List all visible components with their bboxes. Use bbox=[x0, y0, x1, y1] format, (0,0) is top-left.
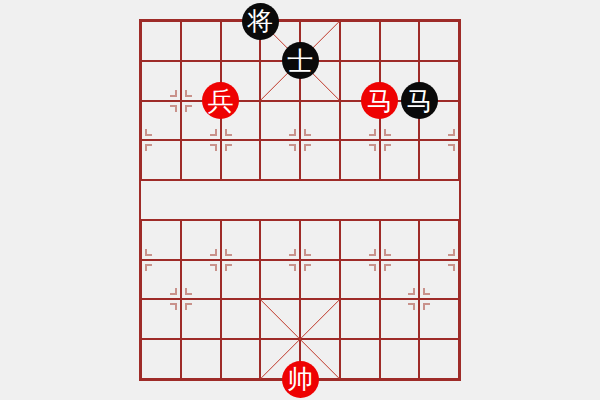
marker-bracket bbox=[170, 90, 177, 97]
black-advisor[interactable]: 士 bbox=[282, 42, 319, 79]
marker-bracket bbox=[225, 129, 232, 136]
board-overlay: 将士兵马马帅 bbox=[141, 21, 459, 379]
marker-bracket bbox=[384, 129, 391, 136]
xiangqi-diagram: 将士兵马马帅 bbox=[0, 0, 600, 400]
marker-bracket bbox=[225, 144, 232, 151]
marker-bracket bbox=[185, 90, 192, 97]
marker-bracket bbox=[145, 144, 152, 151]
marker-bracket bbox=[170, 105, 177, 112]
marker-bracket bbox=[210, 129, 217, 136]
red-pawn[interactable]: 兵 bbox=[202, 82, 239, 119]
marker-bracket bbox=[289, 249, 296, 256]
marker-bracket bbox=[408, 288, 415, 295]
marker-bracket bbox=[448, 129, 455, 136]
marker-bracket bbox=[304, 249, 311, 256]
marker-bracket bbox=[369, 249, 376, 256]
black-general[interactable]: 将 bbox=[242, 3, 279, 40]
marker-bracket bbox=[304, 129, 311, 136]
marker-bracket bbox=[384, 249, 391, 256]
marker-bracket bbox=[210, 144, 217, 151]
xiangqi-board: 将士兵马马帅 bbox=[139, 19, 461, 381]
marker-bracket bbox=[289, 129, 296, 136]
marker-bracket bbox=[369, 144, 376, 151]
marker-bracket bbox=[448, 144, 455, 151]
red-general[interactable]: 帅 bbox=[282, 361, 319, 398]
marker-bracket bbox=[210, 249, 217, 256]
marker-bracket bbox=[225, 249, 232, 256]
marker-bracket bbox=[170, 288, 177, 295]
marker-bracket bbox=[289, 144, 296, 151]
marker-bracket bbox=[304, 264, 311, 271]
marker-bracket bbox=[423, 303, 430, 310]
marker-bracket bbox=[185, 303, 192, 310]
marker-bracket bbox=[384, 144, 391, 151]
marker-bracket bbox=[145, 264, 152, 271]
marker-bracket bbox=[289, 264, 296, 271]
marker-bracket bbox=[408, 303, 415, 310]
marker-bracket bbox=[369, 264, 376, 271]
marker-bracket bbox=[384, 264, 391, 271]
marker-bracket bbox=[185, 105, 192, 112]
marker-bracket bbox=[145, 129, 152, 136]
marker-bracket bbox=[448, 264, 455, 271]
marker-bracket bbox=[423, 288, 430, 295]
marker-bracket bbox=[145, 249, 152, 256]
marker-bracket bbox=[185, 288, 192, 295]
marker-bracket bbox=[225, 264, 232, 271]
black-horse[interactable]: 马 bbox=[401, 82, 438, 119]
marker-bracket bbox=[304, 144, 311, 151]
marker-bracket bbox=[170, 303, 177, 310]
marker-bracket bbox=[369, 129, 376, 136]
marker-bracket bbox=[210, 264, 217, 271]
marker-bracket bbox=[448, 249, 455, 256]
red-horse[interactable]: 马 bbox=[361, 82, 398, 119]
